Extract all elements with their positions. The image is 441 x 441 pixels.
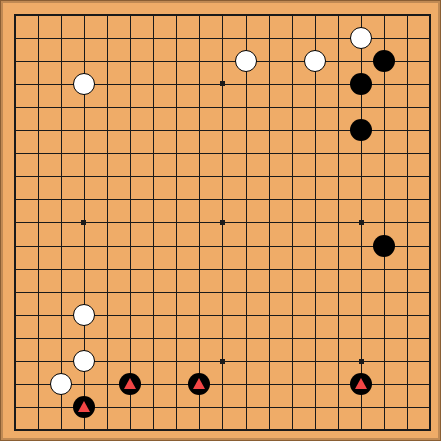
grid-line-vertical bbox=[292, 15, 293, 431]
white-stone bbox=[73, 73, 95, 95]
white-stone bbox=[73, 350, 95, 372]
white-stone bbox=[235, 50, 257, 72]
star-point bbox=[220, 81, 225, 86]
grid-line-horizontal bbox=[15, 269, 431, 270]
go-board bbox=[0, 0, 441, 441]
black-stone bbox=[373, 50, 395, 72]
black-stone bbox=[350, 73, 372, 95]
black-stone bbox=[350, 119, 372, 141]
grid-line-horizontal bbox=[15, 246, 431, 247]
black-stone-marked bbox=[350, 373, 372, 395]
white-stone bbox=[350, 27, 372, 49]
black-stone-marked bbox=[73, 396, 95, 418]
black-stone bbox=[373, 235, 395, 257]
grid-line-vertical bbox=[315, 15, 316, 431]
white-stone bbox=[304, 50, 326, 72]
grid-line-vertical bbox=[384, 15, 385, 431]
grid-line-vertical bbox=[269, 15, 270, 431]
star-point bbox=[359, 359, 364, 364]
white-stone bbox=[50, 373, 72, 395]
white-stone bbox=[73, 304, 95, 326]
triangle-mark bbox=[124, 378, 136, 389]
grid-line-horizontal bbox=[15, 292, 431, 293]
triangle-mark bbox=[193, 378, 205, 389]
triangle-mark bbox=[78, 401, 90, 412]
grid-line-horizontal bbox=[15, 338, 431, 339]
grid-line-vertical bbox=[407, 15, 408, 431]
star-point bbox=[220, 220, 225, 225]
grid-line-vertical bbox=[246, 15, 247, 431]
star-point bbox=[81, 220, 86, 225]
triangle-mark bbox=[355, 378, 367, 389]
star-point bbox=[220, 359, 225, 364]
grid-line-vertical bbox=[338, 15, 339, 431]
star-point bbox=[359, 220, 364, 225]
black-stone-marked bbox=[119, 373, 141, 395]
